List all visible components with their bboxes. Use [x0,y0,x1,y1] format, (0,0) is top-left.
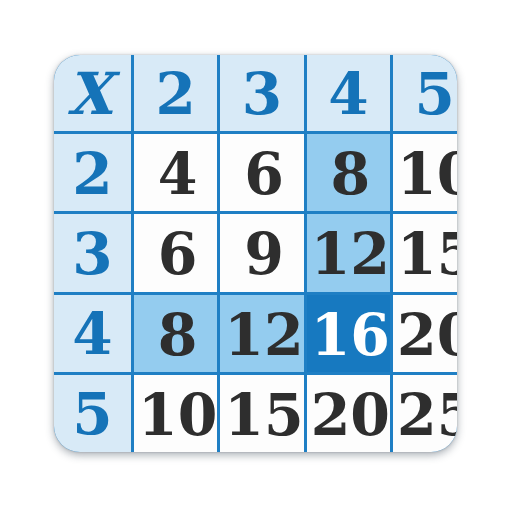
cell-4x4-selected[interactable]: 16 [307,295,390,372]
cell-5x5[interactable]: 25 [393,375,457,452]
cell-4x3-highlight[interactable]: 12 [220,295,303,372]
multiplication-board: X 2 3 4 5 2 4 6 8 10 3 6 9 12 15 4 8 12 … [54,55,457,452]
cell-5x3[interactable]: 15 [220,375,303,452]
cell-4x5[interactable]: 20 [393,295,457,372]
cell-5x4[interactable]: 20 [307,375,390,452]
cell-2x4-highlight[interactable]: 8 [307,134,390,211]
cell-4x2-highlight[interactable]: 8 [134,295,217,372]
row-header-4[interactable]: 4 [54,295,131,372]
multiplication-table-icon: X 2 3 4 5 2 4 6 8 10 3 6 9 12 15 4 8 12 … [0,0,512,512]
cell-2x5[interactable]: 10 [393,134,457,211]
col-header-4[interactable]: 4 [307,55,390,131]
cell-2x3[interactable]: 6 [220,134,303,211]
cell-3x5[interactable]: 15 [393,214,457,291]
operator-cell-x: X [54,55,131,131]
row-header-2[interactable]: 2 [54,134,131,211]
row-header-5[interactable]: 5 [54,375,131,452]
cell-2x2[interactable]: 4 [134,134,217,211]
cell-3x2[interactable]: 6 [134,214,217,291]
col-header-2[interactable]: 2 [134,55,217,131]
col-header-5[interactable]: 5 [393,55,457,131]
row-header-3[interactable]: 3 [54,214,131,291]
cell-5x2[interactable]: 10 [134,375,217,452]
col-header-3[interactable]: 3 [220,55,303,131]
cell-3x4-highlight[interactable]: 12 [307,214,390,291]
cell-3x3[interactable]: 9 [220,214,303,291]
